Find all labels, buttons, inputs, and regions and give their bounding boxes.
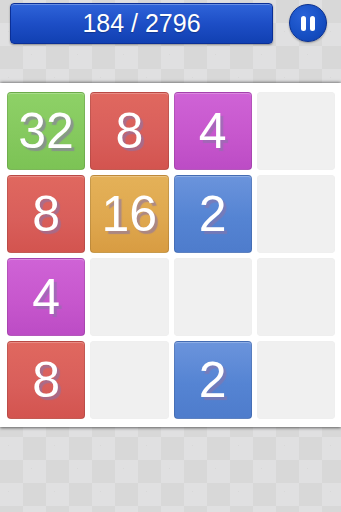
tile-16: 16 [90, 175, 168, 253]
pause-button[interactable] [289, 4, 327, 42]
tile-4: 4 [7, 258, 85, 336]
board-panel: 32848162482 [0, 83, 341, 427]
tile-32: 32 [7, 92, 85, 170]
tile-8: 8 [7, 341, 85, 419]
empty-cell [174, 258, 252, 336]
empty-cell [257, 258, 335, 336]
tile-2: 2 [174, 341, 252, 419]
empty-cell [257, 92, 335, 170]
empty-cell [90, 341, 168, 419]
score-display: 184 / 2796 [10, 3, 273, 44]
tile-8: 8 [7, 175, 85, 253]
board-grid[interactable]: 32848162482 [7, 92, 335, 419]
score-text: 184 / 2796 [82, 11, 200, 36]
empty-cell [90, 258, 168, 336]
tile-8: 8 [90, 92, 168, 170]
header: 184 / 2796 [0, 0, 341, 83]
tile-4: 4 [174, 92, 252, 170]
tile-2: 2 [174, 175, 252, 253]
empty-cell [257, 175, 335, 253]
empty-cell [257, 341, 335, 419]
pause-icon [301, 16, 315, 31]
